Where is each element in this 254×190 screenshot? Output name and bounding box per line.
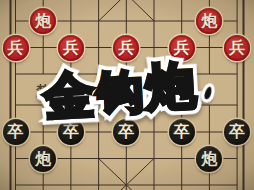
piece-black-soldier[interactable]: 卒 bbox=[113, 119, 139, 145]
piece-black-soldier[interactable]: 卒 bbox=[58, 119, 84, 145]
piece-red-cannon[interactable]: 炮 bbox=[196, 8, 222, 34]
piece-red-soldier[interactable]: 兵 bbox=[169, 35, 195, 61]
piece-red-soldier[interactable]: 兵 bbox=[224, 35, 250, 61]
pieces-layer: 炮炮兵兵兵兵兵卒卒卒卒卒炮炮 bbox=[0, 0, 254, 190]
piece-red-soldier[interactable]: 兵 bbox=[58, 35, 84, 61]
piece-black-soldier[interactable]: 卒 bbox=[224, 119, 250, 145]
piece-black-cannon[interactable]: 炮 bbox=[30, 146, 56, 172]
xiangqi-board: 楚 炮炮兵兵兵兵兵卒卒卒卒卒炮炮 金钩炮 金钩炮 bbox=[0, 0, 254, 190]
piece-black-soldier[interactable]: 卒 bbox=[169, 119, 195, 145]
piece-black-soldier[interactable]: 卒 bbox=[3, 119, 29, 145]
piece-black-cannon[interactable]: 炮 bbox=[196, 146, 222, 172]
piece-red-soldier[interactable]: 兵 bbox=[3, 35, 29, 61]
piece-red-cannon[interactable]: 炮 bbox=[30, 8, 56, 34]
piece-red-soldier[interactable]: 兵 bbox=[113, 35, 139, 61]
